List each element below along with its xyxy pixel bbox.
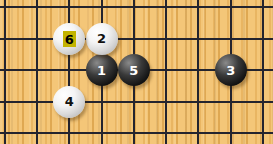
grid-vline-8 [262, 0, 264, 144]
grid-hline-0 [0, 6, 273, 8]
grid-vline-5 [165, 0, 167, 144]
go-board[interactable]: 123456 [0, 0, 273, 144]
move-number-label: 2 [97, 32, 106, 45]
black-stone-move-3: 3 [215, 54, 247, 86]
grid-hline-3 [0, 101, 273, 103]
grid-vline-6 [197, 0, 199, 144]
grid-vline-2 [68, 0, 70, 144]
grid-hline-1 [0, 38, 273, 40]
black-stone-move-5: 5 [118, 54, 150, 86]
white-stone-move-6: 6 [53, 23, 85, 55]
black-stone-move-1: 1 [86, 54, 118, 86]
grid-hline-4 [0, 132, 273, 134]
move-number-label: 5 [129, 64, 138, 77]
grid-vline-0 [4, 0, 6, 144]
go-diagram: 123456 [0, 0, 273, 144]
white-stone-move-2: 2 [86, 23, 118, 55]
grid-vline-1 [36, 0, 38, 144]
last-move-number-label: 6 [63, 31, 76, 47]
move-number-label: 4 [65, 95, 74, 108]
white-stone-move-4: 4 [53, 86, 85, 118]
move-number-label: 1 [97, 64, 106, 77]
move-number-label: 3 [226, 64, 235, 77]
